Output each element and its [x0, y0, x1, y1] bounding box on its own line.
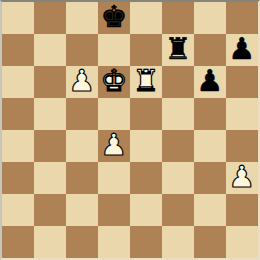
- piece-white-rook-e6[interactable]: ♜: [133, 66, 160, 97]
- square-h1[interactable]: [226, 226, 258, 258]
- chess-board: ♚♜♟♟♚♜♟♟♟: [2, 2, 258, 258]
- square-c1[interactable]: [66, 226, 98, 258]
- square-h2[interactable]: [226, 194, 258, 226]
- square-e8[interactable]: [130, 2, 162, 34]
- square-c2[interactable]: [66, 194, 98, 226]
- piece-black-pawn-g6[interactable]: ♟: [197, 66, 224, 97]
- square-f2[interactable]: [162, 194, 194, 226]
- square-f7[interactable]: ♜: [162, 34, 194, 66]
- square-d5[interactable]: [98, 98, 130, 130]
- square-g7[interactable]: [194, 34, 226, 66]
- square-f6[interactable]: [162, 66, 194, 98]
- square-h7[interactable]: ♟: [226, 34, 258, 66]
- square-e2[interactable]: [130, 194, 162, 226]
- square-c8[interactable]: [66, 2, 98, 34]
- piece-black-rook-f7[interactable]: ♜: [165, 34, 192, 65]
- square-e6[interactable]: ♜: [130, 66, 162, 98]
- square-h8[interactable]: [226, 2, 258, 34]
- square-d6[interactable]: ♚: [98, 66, 130, 98]
- square-g4[interactable]: [194, 130, 226, 162]
- square-c5[interactable]: [66, 98, 98, 130]
- square-h4[interactable]: [226, 130, 258, 162]
- piece-white-pawn-c6[interactable]: ♟: [69, 66, 96, 97]
- square-h5[interactable]: [226, 98, 258, 130]
- square-a2[interactable]: [2, 194, 34, 226]
- square-a6[interactable]: [2, 66, 34, 98]
- piece-white-pawn-d4[interactable]: ♟: [101, 130, 128, 161]
- square-g2[interactable]: [194, 194, 226, 226]
- square-a8[interactable]: [2, 2, 34, 34]
- square-h3[interactable]: ♟: [226, 162, 258, 194]
- square-g6[interactable]: ♟: [194, 66, 226, 98]
- square-d3[interactable]: [98, 162, 130, 194]
- square-b1[interactable]: [34, 226, 66, 258]
- square-a7[interactable]: [2, 34, 34, 66]
- square-b8[interactable]: [34, 2, 66, 34]
- square-f1[interactable]: [162, 226, 194, 258]
- square-c4[interactable]: [66, 130, 98, 162]
- square-f5[interactable]: [162, 98, 194, 130]
- square-e1[interactable]: [130, 226, 162, 258]
- square-g1[interactable]: [194, 226, 226, 258]
- square-e7[interactable]: [130, 34, 162, 66]
- square-a4[interactable]: [2, 130, 34, 162]
- square-h6[interactable]: [226, 66, 258, 98]
- square-g3[interactable]: [194, 162, 226, 194]
- square-b3[interactable]: [34, 162, 66, 194]
- square-b4[interactable]: [34, 130, 66, 162]
- square-f8[interactable]: [162, 2, 194, 34]
- square-c3[interactable]: [66, 162, 98, 194]
- square-e5[interactable]: [130, 98, 162, 130]
- piece-white-king-d6[interactable]: ♚: [101, 66, 128, 97]
- square-c7[interactable]: [66, 34, 98, 66]
- square-d8[interactable]: ♚: [98, 2, 130, 34]
- square-b6[interactable]: [34, 66, 66, 98]
- square-d7[interactable]: [98, 34, 130, 66]
- square-f3[interactable]: [162, 162, 194, 194]
- square-e4[interactable]: [130, 130, 162, 162]
- square-e3[interactable]: [130, 162, 162, 194]
- square-a5[interactable]: [2, 98, 34, 130]
- square-a1[interactable]: [2, 226, 34, 258]
- square-g8[interactable]: [194, 2, 226, 34]
- piece-white-pawn-h3[interactable]: ♟: [229, 162, 256, 193]
- piece-black-king-d8[interactable]: ♚: [101, 2, 128, 33]
- square-a3[interactable]: [2, 162, 34, 194]
- square-b2[interactable]: [34, 194, 66, 226]
- piece-black-pawn-h7[interactable]: ♟: [229, 34, 256, 65]
- square-d4[interactable]: ♟: [98, 130, 130, 162]
- square-d1[interactable]: [98, 226, 130, 258]
- square-c6[interactable]: ♟: [66, 66, 98, 98]
- square-d2[interactable]: [98, 194, 130, 226]
- square-b7[interactable]: [34, 34, 66, 66]
- board-frame: ♚♜♟♟♚♜♟♟♟: [0, 0, 260, 260]
- square-g5[interactable]: [194, 98, 226, 130]
- square-b5[interactable]: [34, 98, 66, 130]
- square-f4[interactable]: [162, 130, 194, 162]
